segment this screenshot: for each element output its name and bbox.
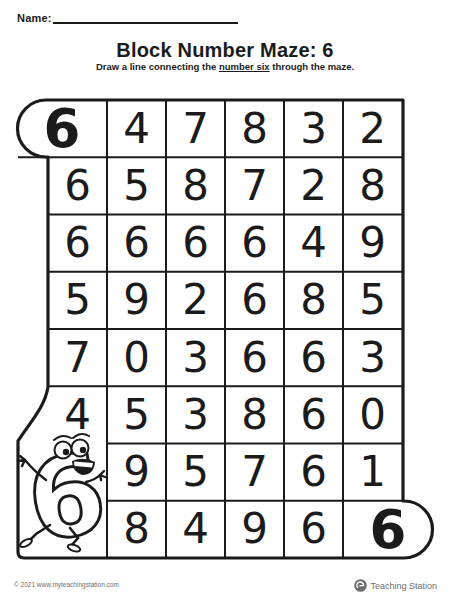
- cell-r2c2[interactable]: 5: [107, 157, 166, 214]
- cell-r4c6[interactable]: 5: [343, 272, 402, 329]
- cell-r5c2[interactable]: 0: [107, 329, 166, 386]
- cell-r5c6[interactable]: 3: [343, 329, 402, 386]
- cell-r8c3[interactable]: 4: [166, 501, 225, 558]
- cell-r6c6[interactable]: 0: [343, 386, 402, 443]
- cell-r5c3[interactable]: 3: [166, 329, 225, 386]
- page-title: Block Number Maze: 6: [0, 39, 450, 62]
- cell-r3c2[interactable]: 6: [107, 215, 166, 272]
- footer-copyright: © 2021 www.myteachingstation.com: [14, 581, 119, 588]
- cell-r3c4[interactable]: 6: [225, 215, 284, 272]
- cell-r7c6[interactable]: 1: [343, 444, 402, 501]
- cell-r5c5[interactable]: 6: [284, 329, 343, 386]
- end-cell-big-six[interactable]: 6: [343, 501, 433, 557]
- cell-r6c4[interactable]: 8: [225, 386, 284, 443]
- cell-r3c5[interactable]: 4: [284, 215, 343, 272]
- cell-r3c3[interactable]: 6: [166, 215, 225, 272]
- maze-grid: 4783265872866664959268570366345386095761…: [48, 100, 402, 558]
- cell-r1c2[interactable]: 4: [107, 100, 166, 157]
- cell-r2c3[interactable]: 8: [166, 157, 225, 214]
- cell-r7c4[interactable]: 7: [225, 444, 284, 501]
- name-label: Name:: [17, 12, 52, 24]
- instructions: Draw a line connecting the number six th…: [0, 61, 450, 72]
- cell-r4c5[interactable]: 8: [284, 272, 343, 329]
- cell-r5c1[interactable]: 7: [48, 329, 107, 386]
- cell-r4c2[interactable]: 9: [107, 272, 166, 329]
- instructions-suffix: through the maze.: [270, 61, 354, 72]
- cell-r1c5[interactable]: 3: [284, 100, 343, 157]
- cell-r7c5[interactable]: 6: [284, 444, 343, 501]
- cell-r6c5[interactable]: 6: [284, 386, 343, 443]
- instructions-target: number six: [219, 61, 270, 72]
- brand-name: Teaching Station: [370, 581, 437, 591]
- cell-r2c5[interactable]: 2: [284, 157, 343, 214]
- cell-r8c2[interactable]: 8: [107, 501, 166, 558]
- cell-r8c5[interactable]: 6: [284, 501, 343, 558]
- cell-r2c4[interactable]: 7: [225, 157, 284, 214]
- cell-r2c1[interactable]: 6: [48, 157, 107, 214]
- cell-r6c2[interactable]: 5: [107, 386, 166, 443]
- cell-r6c1[interactable]: 4: [48, 386, 107, 443]
- cell-r7c2[interactable]: 9: [107, 444, 166, 501]
- cell-r3c6[interactable]: 9: [343, 215, 402, 272]
- cell-r4c4[interactable]: 6: [225, 272, 284, 329]
- instructions-prefix: Draw a line connecting the: [96, 61, 219, 72]
- cell-r6c3[interactable]: 3: [166, 386, 225, 443]
- brand-logo-icon: [354, 579, 367, 592]
- maze-board: 4783265872866664959268570366345386095761…: [15, 100, 433, 558]
- name-row: Name:: [17, 10, 238, 24]
- cell-r7c3[interactable]: 5: [166, 444, 225, 501]
- name-input-line[interactable]: [53, 10, 238, 24]
- cell-r4c3[interactable]: 2: [166, 272, 225, 329]
- worksheet-page: Name: Block Number Maze: 6 Draw a line c…: [0, 0, 450, 600]
- brand: Teaching Station: [354, 579, 437, 592]
- cell-r1c4[interactable]: 8: [225, 100, 284, 157]
- start-cell-big-six[interactable]: 6: [17, 101, 107, 156]
- cell-r2c6[interactable]: 8: [343, 157, 402, 214]
- cell-r8c4[interactable]: 9: [225, 501, 284, 558]
- cell-r3c1[interactable]: 6: [48, 215, 107, 272]
- cell-r1c3[interactable]: 7: [166, 100, 225, 157]
- cell-r5c4[interactable]: 6: [225, 329, 284, 386]
- cell-r4c1[interactable]: 5: [48, 272, 107, 329]
- cell-r1c6[interactable]: 2: [343, 100, 402, 157]
